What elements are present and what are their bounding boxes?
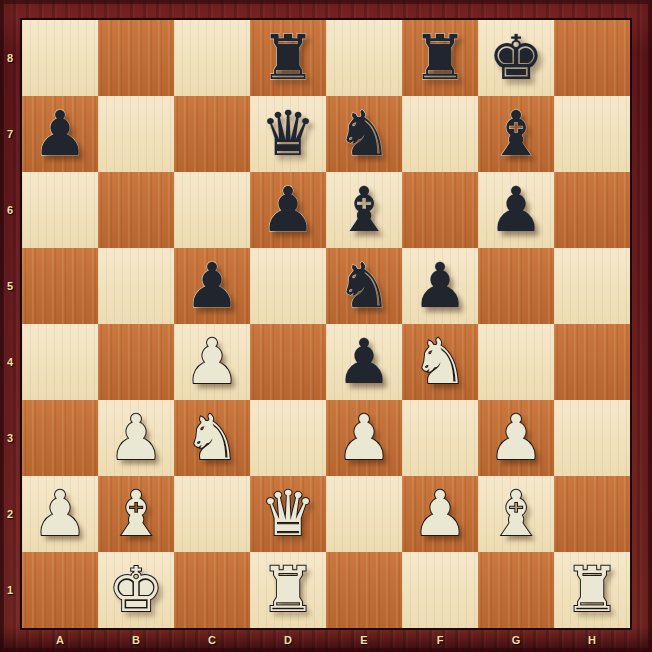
square-f6[interactable] [402, 172, 478, 248]
square-b1[interactable]: ♚ [98, 552, 174, 628]
white-knight-f4[interactable]: ♞ [402, 324, 478, 400]
black-bishop-g7[interactable]: ♝ [478, 96, 554, 172]
file-label-d: D [250, 628, 326, 652]
rank-label-7: 7 [0, 96, 20, 172]
square-c8[interactable] [174, 20, 250, 96]
square-h3[interactable] [554, 400, 630, 476]
square-f4[interactable]: ♞ [402, 324, 478, 400]
white-pawn-f2[interactable]: ♟ [402, 476, 478, 552]
square-d8[interactable]: ♜ [250, 20, 326, 96]
square-a7[interactable]: ♟ [22, 96, 98, 172]
square-d2[interactable]: ♛ [250, 476, 326, 552]
square-g1[interactable] [478, 552, 554, 628]
square-a8[interactable] [22, 20, 98, 96]
square-g4[interactable] [478, 324, 554, 400]
square-c3[interactable]: ♞ [174, 400, 250, 476]
rank-label-5: 5 [0, 248, 20, 324]
rank-label-2: 2 [0, 476, 20, 552]
square-d6[interactable]: ♟ [250, 172, 326, 248]
rank-label-4: 4 [0, 324, 20, 400]
square-f2[interactable]: ♟ [402, 476, 478, 552]
square-g2[interactable]: ♝ [478, 476, 554, 552]
square-a1[interactable] [22, 552, 98, 628]
black-bishop-e6[interactable]: ♝ [326, 172, 402, 248]
white-king-b1[interactable]: ♚ [98, 552, 174, 628]
black-queen-d7[interactable]: ♛ [250, 96, 326, 172]
square-c2[interactable] [174, 476, 250, 552]
square-e3[interactable]: ♟ [326, 400, 402, 476]
square-e4[interactable]: ♟ [326, 324, 402, 400]
square-b2[interactable]: ♝ [98, 476, 174, 552]
rank-label-1: 1 [0, 552, 20, 628]
black-pawn-e4[interactable]: ♟ [326, 324, 402, 400]
square-f5[interactable]: ♟ [402, 248, 478, 324]
square-e7[interactable]: ♞ [326, 96, 402, 172]
file-label-c: C [174, 628, 250, 652]
white-queen-d2[interactable]: ♛ [250, 476, 326, 552]
rank-labels: 8 7 6 5 4 3 2 1 [0, 20, 20, 628]
white-pawn-g3[interactable]: ♟ [478, 400, 554, 476]
square-g7[interactable]: ♝ [478, 96, 554, 172]
black-pawn-d6[interactable]: ♟ [250, 172, 326, 248]
square-e1[interactable] [326, 552, 402, 628]
square-a4[interactable] [22, 324, 98, 400]
white-rook-h1[interactable]: ♜ [554, 552, 630, 628]
square-h2[interactable] [554, 476, 630, 552]
white-bishop-b2[interactable]: ♝ [98, 476, 174, 552]
square-b7[interactable] [98, 96, 174, 172]
file-label-a: A [22, 628, 98, 652]
square-h7[interactable] [554, 96, 630, 172]
file-label-b: B [98, 628, 174, 652]
file-label-h: H [554, 628, 630, 652]
black-rook-d8[interactable]: ♜ [250, 20, 326, 96]
square-e6[interactable]: ♝ [326, 172, 402, 248]
board-frame: 8 7 6 5 4 3 2 1 ♜♜♚♟♛♞♝♟♝♟♟♞♟♟♟♞♟♞♟♟♟♝♛♟… [0, 0, 652, 652]
white-pawn-a2[interactable]: ♟ [22, 476, 98, 552]
square-f3[interactable] [402, 400, 478, 476]
white-knight-c3[interactable]: ♞ [174, 400, 250, 476]
black-pawn-g6[interactable]: ♟ [478, 172, 554, 248]
square-h5[interactable] [554, 248, 630, 324]
square-h4[interactable] [554, 324, 630, 400]
square-g3[interactable]: ♟ [478, 400, 554, 476]
square-a3[interactable] [22, 400, 98, 476]
square-h6[interactable] [554, 172, 630, 248]
square-a2[interactable]: ♟ [22, 476, 98, 552]
square-a6[interactable] [22, 172, 98, 248]
square-f8[interactable]: ♜ [402, 20, 478, 96]
chess-board: ♜♜♚♟♛♞♝♟♝♟♟♞♟♟♟♞♟♞♟♟♟♝♛♟♝♚♜♜ [20, 18, 632, 630]
square-g8[interactable]: ♚ [478, 20, 554, 96]
square-e8[interactable] [326, 20, 402, 96]
square-b3[interactable]: ♟ [98, 400, 174, 476]
square-c1[interactable] [174, 552, 250, 628]
square-b4[interactable] [98, 324, 174, 400]
square-h1[interactable]: ♜ [554, 552, 630, 628]
square-c5[interactable]: ♟ [174, 248, 250, 324]
white-pawn-e3[interactable]: ♟ [326, 400, 402, 476]
square-a5[interactable] [22, 248, 98, 324]
square-b8[interactable] [98, 20, 174, 96]
file-label-e: E [326, 628, 402, 652]
file-label-g: G [478, 628, 554, 652]
square-c6[interactable] [174, 172, 250, 248]
black-king-g8[interactable]: ♚ [478, 20, 554, 96]
rank-label-3: 3 [0, 400, 20, 476]
square-d7[interactable]: ♛ [250, 96, 326, 172]
square-d4[interactable] [250, 324, 326, 400]
white-pawn-c4[interactable]: ♟ [174, 324, 250, 400]
square-g5[interactable] [478, 248, 554, 324]
square-c4[interactable]: ♟ [174, 324, 250, 400]
square-e5[interactable]: ♞ [326, 248, 402, 324]
square-c7[interactable] [174, 96, 250, 172]
square-f7[interactable] [402, 96, 478, 172]
square-g6[interactable]: ♟ [478, 172, 554, 248]
black-pawn-f5[interactable]: ♟ [402, 248, 478, 324]
square-d1[interactable]: ♜ [250, 552, 326, 628]
black-pawn-a7[interactable]: ♟ [22, 96, 98, 172]
square-d5[interactable] [250, 248, 326, 324]
square-b5[interactable] [98, 248, 174, 324]
file-labels: A B C D E F G H [22, 628, 630, 652]
square-h8[interactable] [554, 20, 630, 96]
white-bishop-g2[interactable]: ♝ [478, 476, 554, 552]
file-label-f: F [402, 628, 478, 652]
black-knight-e5[interactable]: ♞ [326, 248, 402, 324]
black-pawn-c5[interactable]: ♟ [174, 248, 250, 324]
square-e2[interactable] [326, 476, 402, 552]
black-knight-e7[interactable]: ♞ [326, 96, 402, 172]
square-f1[interactable] [402, 552, 478, 628]
square-d3[interactable] [250, 400, 326, 476]
rank-label-8: 8 [0, 20, 20, 96]
square-b6[interactable] [98, 172, 174, 248]
rank-label-6: 6 [0, 172, 20, 248]
white-pawn-b3[interactable]: ♟ [98, 400, 174, 476]
black-rook-f8[interactable]: ♜ [402, 20, 478, 96]
white-rook-d1[interactable]: ♜ [250, 552, 326, 628]
